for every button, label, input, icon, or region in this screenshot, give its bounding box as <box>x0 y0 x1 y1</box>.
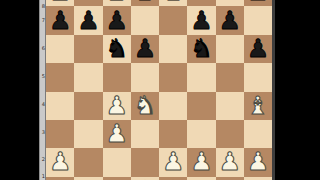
square-b2[interactable] <box>74 148 102 176</box>
square-g2[interactable]: ♟ <box>216 148 244 176</box>
square-b6[interactable] <box>74 35 102 63</box>
rank-label-2: 2 <box>41 156 47 161</box>
square-f4[interactable] <box>187 92 215 120</box>
white-queen[interactable]: ♛ <box>134 177 156 180</box>
square-c1[interactable] <box>103 177 131 180</box>
square-h6[interactable]: ♟ <box>244 35 272 63</box>
square-f2[interactable]: ♟ <box>187 148 215 176</box>
square-h1[interactable]: ♜ <box>244 177 272 180</box>
square-d6[interactable]: ♟ <box>131 35 159 63</box>
black-pawn[interactable]: ♟ <box>190 7 212 35</box>
rank-coordinate-strip: 87654321 <box>39 0 46 180</box>
rank-label-5: 5 <box>41 73 47 78</box>
square-h5[interactable] <box>244 63 272 91</box>
square-a3[interactable] <box>46 120 74 148</box>
white-rook[interactable]: ♜ <box>49 177 71 180</box>
chess-app-frame: 87654321 ♜♝♛♚♜♟♟♟♟♟♞♟♞♟♟♞♝♟♟♟♟♟♟♜♛♚♝♜ <box>0 0 320 180</box>
square-e4[interactable] <box>159 92 187 120</box>
square-h2[interactable]: ♟ <box>244 148 272 176</box>
square-c2[interactable] <box>103 148 131 176</box>
white-pawn[interactable]: ♟ <box>105 120 127 148</box>
square-c7[interactable]: ♟ <box>103 6 131 34</box>
square-e7[interactable] <box>159 6 187 34</box>
rank-label-7: 7 <box>41 17 47 22</box>
black-knight[interactable]: ♞ <box>190 35 212 63</box>
square-b3[interactable] <box>74 120 102 148</box>
rank-label-6: 6 <box>41 45 47 50</box>
square-g6[interactable] <box>216 35 244 63</box>
black-knight[interactable]: ♞ <box>105 35 127 63</box>
square-e3[interactable] <box>159 120 187 148</box>
black-pawn[interactable]: ♟ <box>218 7 240 35</box>
square-e5[interactable] <box>159 63 187 91</box>
square-f7[interactable]: ♟ <box>187 6 215 34</box>
square-d2[interactable] <box>131 148 159 176</box>
square-e1[interactable]: ♚ <box>159 177 187 180</box>
white-bishop[interactable]: ♝ <box>247 92 269 120</box>
black-pawn[interactable]: ♟ <box>49 7 71 35</box>
square-f3[interactable] <box>187 120 215 148</box>
square-d7[interactable] <box>131 6 159 34</box>
white-king[interactable]: ♚ <box>162 177 184 180</box>
square-c5[interactable] <box>103 63 131 91</box>
square-b5[interactable] <box>74 63 102 91</box>
white-rook[interactable]: ♜ <box>247 177 269 180</box>
rank-label-1: 1 <box>41 173 47 178</box>
square-d1[interactable]: ♛ <box>131 177 159 180</box>
black-queen[interactable]: ♛ <box>134 0 156 6</box>
square-d5[interactable] <box>131 63 159 91</box>
square-b7[interactable]: ♟ <box>74 6 102 34</box>
square-g5[interactable] <box>216 63 244 91</box>
board-right-border <box>272 0 275 180</box>
white-knight[interactable]: ♞ <box>134 92 156 120</box>
rank-label-4: 4 <box>41 101 47 106</box>
square-d3[interactable] <box>131 120 159 148</box>
square-f6[interactable]: ♞ <box>187 35 215 63</box>
square-g7[interactable]: ♟ <box>216 6 244 34</box>
white-pawn[interactable]: ♟ <box>247 148 269 176</box>
square-a7[interactable]: ♟ <box>46 6 74 34</box>
square-c4[interactable]: ♟ <box>103 92 131 120</box>
black-pawn[interactable]: ♟ <box>105 7 127 35</box>
white-pawn[interactable]: ♟ <box>49 148 71 176</box>
square-d4[interactable]: ♞ <box>131 92 159 120</box>
black-pawn[interactable]: ♟ <box>77 7 99 35</box>
square-b1[interactable] <box>74 177 102 180</box>
square-a1[interactable]: ♜ <box>46 177 74 180</box>
square-h4[interactable]: ♝ <box>244 92 272 120</box>
square-a2[interactable]: ♟ <box>46 148 74 176</box>
square-b4[interactable] <box>74 92 102 120</box>
square-h7[interactable] <box>244 6 272 34</box>
black-king[interactable]: ♚ <box>162 0 184 6</box>
black-pawn[interactable]: ♟ <box>134 35 156 63</box>
black-rook[interactable]: ♜ <box>247 0 269 6</box>
white-pawn[interactable]: ♟ <box>190 148 212 176</box>
white-pawn[interactable]: ♟ <box>105 92 127 120</box>
square-f5[interactable] <box>187 63 215 91</box>
square-e6[interactable] <box>159 35 187 63</box>
rank-label-8: 8 <box>41 3 47 8</box>
square-h3[interactable] <box>244 120 272 148</box>
square-g1[interactable] <box>216 177 244 180</box>
square-g3[interactable] <box>216 120 244 148</box>
chess-board: ♜♝♛♚♜♟♟♟♟♟♞♟♞♟♟♞♝♟♟♟♟♟♟♜♛♚♝♜ <box>46 0 272 180</box>
square-c6[interactable]: ♞ <box>103 35 131 63</box>
white-pawn[interactable]: ♟ <box>218 148 240 176</box>
white-pawn[interactable]: ♟ <box>162 148 184 176</box>
square-e2[interactable]: ♟ <box>159 148 187 176</box>
square-f1[interactable]: ♝ <box>187 177 215 180</box>
square-g4[interactable] <box>216 92 244 120</box>
square-c3[interactable]: ♟ <box>103 120 131 148</box>
square-a4[interactable] <box>46 92 74 120</box>
white-bishop[interactable]: ♝ <box>190 177 212 180</box>
rank-label-3: 3 <box>41 129 47 134</box>
square-a5[interactable] <box>46 63 74 91</box>
black-pawn[interactable]: ♟ <box>247 35 269 63</box>
square-a6[interactable] <box>46 35 74 63</box>
